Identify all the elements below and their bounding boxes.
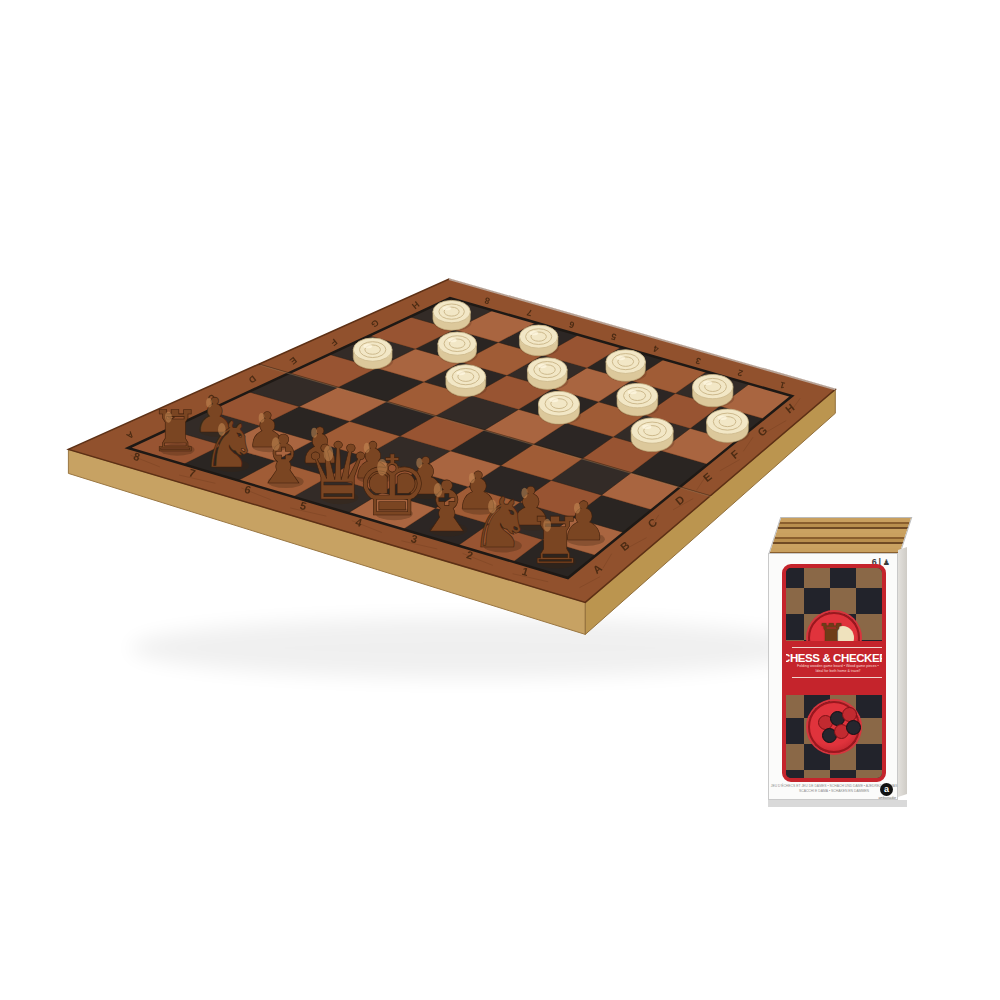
box-top-face bbox=[768, 517, 912, 555]
box-badge-checkers bbox=[808, 701, 860, 753]
age-figure-icon: ♟ bbox=[883, 558, 890, 567]
box-title: CHESS & CHECKERS bbox=[782, 652, 886, 664]
checker-disc-f4 bbox=[539, 391, 580, 424]
box-window: ♜ CHESS & CHECKERS Folding wooden game b… bbox=[782, 564, 886, 782]
checker-disc-h8 bbox=[433, 300, 470, 330]
checker-disc-f2 bbox=[631, 418, 673, 452]
chess-piece-a1-rook: ♜ bbox=[526, 503, 584, 578]
checker-disc-f8 bbox=[353, 338, 392, 369]
checker-disc-g1 bbox=[707, 409, 749, 442]
checker-disc-g5 bbox=[527, 358, 567, 390]
box-tagline-2: Ideal for both home & travel! bbox=[782, 669, 886, 674]
band-rule-top bbox=[792, 647, 884, 648]
checker-disc-g7 bbox=[438, 332, 477, 363]
checker-disc-h6 bbox=[519, 325, 557, 356]
checker-disc-f6 bbox=[446, 365, 486, 397]
brand-logo: a bbox=[880, 783, 893, 796]
box-shadow bbox=[768, 800, 907, 807]
retail-box: 6 | ♟ ♜ CHESS & CHECKERS Folding wooden … bbox=[768, 517, 907, 808]
box-side-face bbox=[898, 547, 907, 797]
band-rule-bottom bbox=[792, 677, 884, 678]
chess-piece-a2-knight: ♞ bbox=[469, 482, 531, 563]
checker-disc-g3 bbox=[617, 383, 658, 416]
product-photo: AABBCCDDEEFFGGHH1122334455667788♟♟♜♟♞♟♝♟… bbox=[0, 0, 1000, 1000]
box-footer: JEU D'ÉCHECS ET JEU DE DAMES • SCHACH UN… bbox=[769, 784, 899, 793]
badge-mini-disc bbox=[846, 720, 861, 735]
folding-board: AABBCCDDEEFFGGHH1122334455667788♟♟♜♟♞♟♝♟… bbox=[0, 0, 1000, 1000]
box-front-face: 6 | ♟ ♜ CHESS & CHECKERS Folding wooden … bbox=[768, 553, 898, 800]
chess-piece-a8-rook: ♜ bbox=[150, 398, 201, 464]
box-red-band: CHESS & CHECKERS Folding wooden game boa… bbox=[782, 641, 886, 695]
checker-disc-h2 bbox=[693, 375, 733, 407]
chess-piece-a3-bishop: ♝ bbox=[415, 466, 478, 548]
chess-piece-a7-knight: ♞ bbox=[201, 408, 258, 482]
brand-name: ambassador bbox=[878, 796, 896, 800]
checker-disc-h4 bbox=[606, 350, 645, 382]
